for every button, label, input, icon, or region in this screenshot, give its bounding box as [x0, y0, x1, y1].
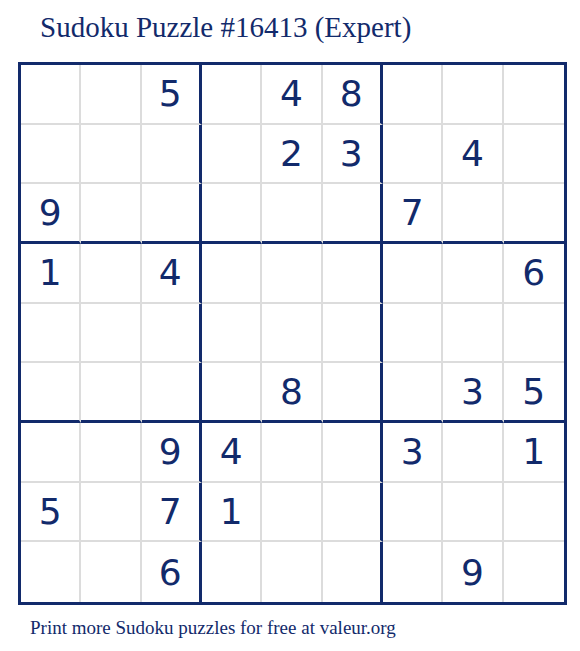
- cell-r9c7: [383, 542, 443, 602]
- cell-r7c2: [81, 423, 141, 483]
- cell-r9c1: [21, 542, 81, 602]
- cell-r9c2: [81, 542, 141, 602]
- cell-r1c7: [383, 65, 443, 125]
- cell-r4c5: [262, 244, 322, 304]
- cell-r8c3: 7: [142, 483, 202, 543]
- cell-r3c8: [443, 184, 503, 244]
- cell-r2c8: 4: [443, 125, 503, 185]
- cell-r3c2: [81, 184, 141, 244]
- cell-r7c5: [262, 423, 322, 483]
- cell-r7c3: 9: [142, 423, 202, 483]
- cell-r4c9: 6: [504, 244, 564, 304]
- cell-r1c6: 8: [323, 65, 383, 125]
- cell-r5c3: [142, 304, 202, 364]
- cell-r1c2: [81, 65, 141, 125]
- cell-r9c9: [504, 542, 564, 602]
- cell-r2c4: [202, 125, 262, 185]
- cell-r6c1: [21, 363, 81, 423]
- cell-r4c4: [202, 244, 262, 304]
- cell-r1c1: [21, 65, 81, 125]
- cell-r6c9: 5: [504, 363, 564, 423]
- cell-r8c4: 1: [202, 483, 262, 543]
- cell-r5c1: [21, 304, 81, 364]
- cell-r6c5: 8: [262, 363, 322, 423]
- cell-r5c6: [323, 304, 383, 364]
- cell-r9c6: [323, 542, 383, 602]
- cell-r3c7: 7: [383, 184, 443, 244]
- cell-r8c9: [504, 483, 564, 543]
- cell-r5c9: [504, 304, 564, 364]
- cell-r8c1: 5: [21, 483, 81, 543]
- cell-r4c1: 1: [21, 244, 81, 304]
- cell-r3c4: [202, 184, 262, 244]
- cell-r9c5: [262, 542, 322, 602]
- cell-r8c5: [262, 483, 322, 543]
- cell-r3c1: 9: [21, 184, 81, 244]
- cell-r2c1: [21, 125, 81, 185]
- cell-r5c4: [202, 304, 262, 364]
- footer-text: Print more Sudoku puzzles for free at va…: [30, 617, 396, 639]
- cell-r7c8: [443, 423, 503, 483]
- cell-r2c9: [504, 125, 564, 185]
- cell-r8c2: [81, 483, 141, 543]
- puzzle-title: Sudoku Puzzle #16413 (Expert): [40, 12, 411, 44]
- cell-r3c5: [262, 184, 322, 244]
- cell-r7c4: 4: [202, 423, 262, 483]
- cell-r2c7: [383, 125, 443, 185]
- cell-r7c7: 3: [383, 423, 443, 483]
- cell-r1c3: 5: [142, 65, 202, 125]
- cell-r5c2: [81, 304, 141, 364]
- cell-r2c2: [81, 125, 141, 185]
- cell-r6c2: [81, 363, 141, 423]
- cell-r5c7: [383, 304, 443, 364]
- cell-r4c3: 4: [142, 244, 202, 304]
- cell-r7c1: [21, 423, 81, 483]
- cell-r6c7: [383, 363, 443, 423]
- cell-r1c9: [504, 65, 564, 125]
- cell-r1c5: 4: [262, 65, 322, 125]
- cell-r7c9: 1: [504, 423, 564, 483]
- sudoku-grid: 54823497146835943157169: [18, 62, 567, 605]
- cell-r3c3: [142, 184, 202, 244]
- cell-r8c6: [323, 483, 383, 543]
- cell-r1c8: [443, 65, 503, 125]
- cell-r9c4: [202, 542, 262, 602]
- cell-r2c6: 3: [323, 125, 383, 185]
- cell-r9c8: 9: [443, 542, 503, 602]
- cell-r6c6: [323, 363, 383, 423]
- cell-r6c3: [142, 363, 202, 423]
- cell-r3c6: [323, 184, 383, 244]
- cell-r6c4: [202, 363, 262, 423]
- cell-r9c3: 6: [142, 542, 202, 602]
- cell-r7c6: [323, 423, 383, 483]
- cell-r5c5: [262, 304, 322, 364]
- cell-r4c2: [81, 244, 141, 304]
- cell-r3c9: [504, 184, 564, 244]
- cell-r6c8: 3: [443, 363, 503, 423]
- cell-r5c8: [443, 304, 503, 364]
- cell-r8c8: [443, 483, 503, 543]
- cell-r2c3: [142, 125, 202, 185]
- cell-r4c8: [443, 244, 503, 304]
- cell-r8c7: [383, 483, 443, 543]
- cell-r2c5: 2: [262, 125, 322, 185]
- cell-r4c7: [383, 244, 443, 304]
- cell-r4c6: [323, 244, 383, 304]
- cell-r1c4: [202, 65, 262, 125]
